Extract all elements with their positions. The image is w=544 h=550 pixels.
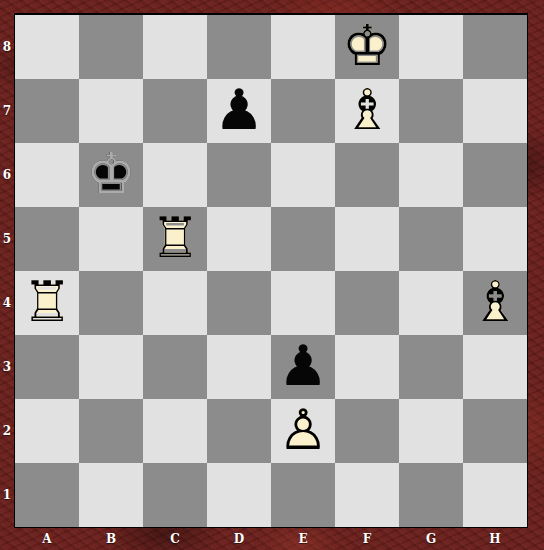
square-a7[interactable] [15, 79, 79, 143]
rank-label-6: 6 [0, 143, 14, 207]
square-h5[interactable] [463, 207, 527, 271]
square-d1[interactable] [207, 463, 271, 527]
square-d3[interactable] [207, 335, 271, 399]
square-a6[interactable] [15, 143, 79, 207]
white-pawn-e2[interactable]: ♟♙ [271, 399, 335, 463]
square-e7[interactable] [271, 79, 335, 143]
square-e4[interactable] [271, 271, 335, 335]
square-e6[interactable] [271, 143, 335, 207]
chess-board: ♚♔♟♝♗♚♔♜♖♜♖♝♗♟♟♙ [14, 13, 528, 528]
piece-fill-glyph: ♟ [207, 79, 271, 143]
square-c8[interactable] [143, 15, 207, 79]
white-bishop-f7[interactable]: ♝♗ [335, 79, 399, 143]
white-king-f8[interactable]: ♚♔ [335, 15, 399, 79]
square-c2[interactable] [143, 399, 207, 463]
square-d8[interactable] [207, 15, 271, 79]
square-d2[interactable] [207, 399, 271, 463]
square-c5[interactable]: ♜♖ [143, 207, 207, 271]
square-g2[interactable] [399, 399, 463, 463]
square-a4[interactable]: ♜♖ [15, 271, 79, 335]
rank-label-4: 4 [0, 271, 14, 335]
piece-outline-glyph: ♖ [143, 207, 207, 271]
square-a8[interactable] [15, 15, 79, 79]
square-g5[interactable] [399, 207, 463, 271]
file-label-f: F [335, 528, 399, 550]
square-c3[interactable] [143, 335, 207, 399]
rank-label-3: 3 [0, 335, 14, 399]
square-f2[interactable] [335, 399, 399, 463]
rank-labels: 87654321 [0, 15, 14, 527]
square-d6[interactable] [207, 143, 271, 207]
file-label-g: G [399, 528, 463, 550]
square-g8[interactable] [399, 15, 463, 79]
square-h8[interactable] [463, 15, 527, 79]
square-f4[interactable] [335, 271, 399, 335]
square-h7[interactable] [463, 79, 527, 143]
square-b7[interactable] [79, 79, 143, 143]
black-pawn-e3[interactable]: ♟ [271, 335, 335, 399]
square-b6[interactable]: ♚♔ [79, 143, 143, 207]
file-label-b: B [79, 528, 143, 550]
piece-fill-glyph: ♟ [271, 335, 335, 399]
file-label-h: H [463, 528, 527, 550]
file-label-e: E [271, 528, 335, 550]
piece-outline-glyph: ♗ [463, 271, 527, 335]
white-rook-c5[interactable]: ♜♖ [143, 207, 207, 271]
square-h1[interactable] [463, 463, 527, 527]
rank-label-8: 8 [0, 15, 14, 79]
black-pawn-d7[interactable]: ♟ [207, 79, 271, 143]
square-g1[interactable] [399, 463, 463, 527]
square-h3[interactable] [463, 335, 527, 399]
square-g6[interactable] [399, 143, 463, 207]
square-f3[interactable] [335, 335, 399, 399]
rank-label-2: 2 [0, 399, 14, 463]
piece-outline-glyph: ♔ [79, 143, 143, 207]
square-g7[interactable] [399, 79, 463, 143]
file-label-d: D [207, 528, 271, 550]
square-f5[interactable] [335, 207, 399, 271]
square-e1[interactable] [271, 463, 335, 527]
square-d7[interactable]: ♟ [207, 79, 271, 143]
square-b8[interactable] [79, 15, 143, 79]
square-h6[interactable] [463, 143, 527, 207]
square-a1[interactable] [15, 463, 79, 527]
piece-outline-glyph: ♔ [335, 15, 399, 79]
square-h4[interactable]: ♝♗ [463, 271, 527, 335]
square-f8[interactable]: ♚♔ [335, 15, 399, 79]
square-f7[interactable]: ♝♗ [335, 79, 399, 143]
board-frame: 87654321 ABCDEFGH ♚♔♟♝♗♚♔♜♖♜♖♝♗♟♟♙ [0, 0, 544, 550]
square-c4[interactable] [143, 271, 207, 335]
square-b5[interactable] [79, 207, 143, 271]
rank-label-5: 5 [0, 207, 14, 271]
square-b3[interactable] [79, 335, 143, 399]
square-c1[interactable] [143, 463, 207, 527]
rank-label-7: 7 [0, 79, 14, 143]
square-d4[interactable] [207, 271, 271, 335]
square-c6[interactable] [143, 143, 207, 207]
square-f1[interactable] [335, 463, 399, 527]
piece-outline-glyph: ♗ [335, 79, 399, 143]
square-h2[interactable] [463, 399, 527, 463]
square-a2[interactable] [15, 399, 79, 463]
black-king-b6[interactable]: ♚♔ [79, 143, 143, 207]
file-label-a: A [15, 528, 79, 550]
file-label-c: C [143, 528, 207, 550]
square-c7[interactable] [143, 79, 207, 143]
square-g4[interactable] [399, 271, 463, 335]
square-a3[interactable] [15, 335, 79, 399]
file-labels: ABCDEFGH [15, 528, 527, 550]
square-b2[interactable] [79, 399, 143, 463]
white-bishop-h4[interactable]: ♝♗ [463, 271, 527, 335]
square-e2[interactable]: ♟♙ [271, 399, 335, 463]
piece-outline-glyph: ♙ [271, 399, 335, 463]
rank-label-1: 1 [0, 463, 14, 527]
white-rook-a4[interactable]: ♜♖ [15, 271, 79, 335]
square-b1[interactable] [79, 463, 143, 527]
square-b4[interactable] [79, 271, 143, 335]
piece-outline-glyph: ♖ [15, 271, 79, 335]
square-a5[interactable] [15, 207, 79, 271]
square-e5[interactable] [271, 207, 335, 271]
square-d5[interactable] [207, 207, 271, 271]
square-e8[interactable] [271, 15, 335, 79]
square-g3[interactable] [399, 335, 463, 399]
square-f6[interactable] [335, 143, 399, 207]
square-e3[interactable]: ♟ [271, 335, 335, 399]
